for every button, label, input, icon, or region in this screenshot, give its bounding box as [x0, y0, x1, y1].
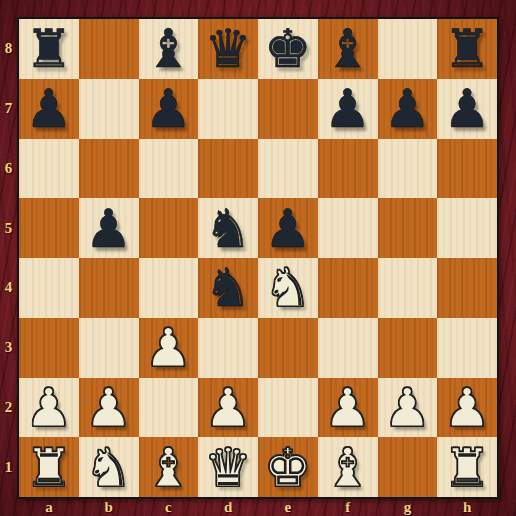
square-e7[interactable]	[258, 79, 318, 139]
square-a8[interactable]: ♜	[19, 19, 79, 79]
piece-white-queen[interactable]: ♛	[204, 441, 252, 494]
rank-labels: 87654321	[0, 19, 17, 497]
piece-black-queen[interactable]: ♛	[204, 22, 252, 75]
rank-label-6: 6	[0, 139, 17, 199]
square-f7[interactable]: ♟	[318, 79, 378, 139]
square-d6[interactable]	[198, 139, 258, 199]
piece-black-bishop[interactable]: ♝	[145, 22, 193, 75]
file-labels: abcdefgh	[19, 499, 497, 516]
square-h4[interactable]	[437, 258, 497, 318]
square-d4[interactable]: ♞	[198, 258, 258, 318]
square-d1[interactable]: ♛	[198, 437, 258, 497]
piece-black-pawn[interactable]: ♟	[25, 82, 73, 135]
piece-black-pawn[interactable]: ♟	[324, 82, 372, 135]
piece-white-rook[interactable]: ♜	[443, 441, 491, 494]
square-b7[interactable]	[79, 79, 139, 139]
square-d3[interactable]	[198, 318, 258, 378]
square-d5[interactable]: ♞	[198, 198, 258, 258]
piece-white-knight[interactable]: ♞	[264, 261, 312, 314]
square-c2[interactable]	[139, 378, 199, 438]
piece-white-pawn[interactable]: ♟	[145, 321, 193, 374]
file-label-e: e	[258, 499, 318, 516]
square-c4[interactable]	[139, 258, 199, 318]
rank-label-4: 4	[0, 258, 17, 318]
chess-board-frame: 87654321 abcdefgh ♜♝♛♚♝♜♟♟♟♟♟♟♞♟♞♞♟♟♟♟♟♟…	[0, 0, 516, 516]
piece-white-knight[interactable]: ♞	[85, 441, 133, 494]
piece-black-pawn[interactable]: ♟	[264, 202, 312, 255]
piece-white-pawn[interactable]: ♟	[443, 381, 491, 434]
piece-black-knight[interactable]: ♞	[204, 261, 252, 314]
square-h2[interactable]: ♟	[437, 378, 497, 438]
square-d7[interactable]	[198, 79, 258, 139]
square-f6[interactable]	[318, 139, 378, 199]
square-b6[interactable]	[79, 139, 139, 199]
square-c8[interactable]: ♝	[139, 19, 199, 79]
square-d8[interactable]: ♛	[198, 19, 258, 79]
piece-white-bishop[interactable]: ♝	[145, 441, 193, 494]
piece-white-pawn[interactable]: ♟	[384, 381, 432, 434]
square-f3[interactable]	[318, 318, 378, 378]
file-label-c: c	[139, 499, 199, 516]
piece-white-king[interactable]: ♚	[264, 441, 312, 494]
square-f2[interactable]: ♟	[318, 378, 378, 438]
square-g4[interactable]	[378, 258, 438, 318]
square-b1[interactable]: ♞	[79, 437, 139, 497]
square-g2[interactable]: ♟	[378, 378, 438, 438]
square-b4[interactable]	[79, 258, 139, 318]
square-e8[interactable]: ♚	[258, 19, 318, 79]
square-c3[interactable]: ♟	[139, 318, 199, 378]
rank-label-5: 5	[0, 198, 17, 258]
piece-black-pawn[interactable]: ♟	[384, 82, 432, 135]
square-c5[interactable]	[139, 198, 199, 258]
square-a1[interactable]: ♜	[19, 437, 79, 497]
piece-black-pawn[interactable]: ♟	[85, 202, 133, 255]
square-e2[interactable]	[258, 378, 318, 438]
square-e1[interactable]: ♚	[258, 437, 318, 497]
file-label-b: b	[79, 499, 139, 516]
piece-white-bishop[interactable]: ♝	[324, 441, 372, 494]
square-h5[interactable]	[437, 198, 497, 258]
square-e3[interactable]	[258, 318, 318, 378]
piece-black-rook[interactable]: ♜	[443, 22, 491, 75]
square-a6[interactable]	[19, 139, 79, 199]
square-h8[interactable]: ♜	[437, 19, 497, 79]
square-b3[interactable]	[79, 318, 139, 378]
file-label-h: h	[437, 499, 497, 516]
square-a3[interactable]	[19, 318, 79, 378]
file-label-d: d	[198, 499, 258, 516]
piece-black-pawn[interactable]: ♟	[443, 82, 491, 135]
square-b2[interactable]: ♟	[79, 378, 139, 438]
square-h6[interactable]	[437, 139, 497, 199]
rank-label-7: 7	[0, 79, 17, 139]
square-h7[interactable]: ♟	[437, 79, 497, 139]
square-d2[interactable]: ♟	[198, 378, 258, 438]
piece-black-bishop[interactable]: ♝	[324, 22, 372, 75]
file-label-a: a	[19, 499, 79, 516]
square-e4[interactable]: ♞	[258, 258, 318, 318]
rank-label-8: 8	[0, 19, 17, 79]
piece-black-pawn[interactable]: ♟	[145, 82, 193, 135]
square-c1[interactable]: ♝	[139, 437, 199, 497]
square-g5[interactable]	[378, 198, 438, 258]
square-e5[interactable]: ♟	[258, 198, 318, 258]
square-e6[interactable]	[258, 139, 318, 199]
rank-label-2: 2	[0, 378, 17, 438]
square-f4[interactable]	[318, 258, 378, 318]
square-g1[interactable]	[378, 437, 438, 497]
square-c7[interactable]: ♟	[139, 79, 199, 139]
chess-board: ♜♝♛♚♝♜♟♟♟♟♟♟♞♟♞♞♟♟♟♟♟♟♟♜♞♝♛♚♝♜	[17, 17, 499, 499]
square-h1[interactable]: ♜	[437, 437, 497, 497]
rank-label-1: 1	[0, 437, 17, 497]
square-g6[interactable]	[378, 139, 438, 199]
square-b8[interactable]	[79, 19, 139, 79]
rank-label-3: 3	[0, 318, 17, 378]
piece-white-pawn[interactable]: ♟	[85, 381, 133, 434]
file-label-g: g	[378, 499, 438, 516]
file-label-f: f	[318, 499, 378, 516]
square-a4[interactable]	[19, 258, 79, 318]
square-a5[interactable]	[19, 198, 79, 258]
square-a7[interactable]: ♟	[19, 79, 79, 139]
square-g8[interactable]	[378, 19, 438, 79]
square-g3[interactable]	[378, 318, 438, 378]
piece-black-rook[interactable]: ♜	[25, 22, 73, 75]
piece-black-king[interactable]: ♚	[264, 22, 312, 75]
square-g7[interactable]: ♟	[378, 79, 438, 139]
square-h3[interactable]	[437, 318, 497, 378]
piece-black-knight[interactable]: ♞	[204, 202, 252, 255]
square-f1[interactable]: ♝	[318, 437, 378, 497]
square-b5[interactable]: ♟	[79, 198, 139, 258]
square-f8[interactable]: ♝	[318, 19, 378, 79]
square-c6[interactable]	[139, 139, 199, 199]
piece-white-pawn[interactable]: ♟	[204, 381, 252, 434]
piece-white-pawn[interactable]: ♟	[25, 381, 73, 434]
square-a2[interactable]: ♟	[19, 378, 79, 438]
square-f5[interactable]	[318, 198, 378, 258]
piece-white-rook[interactable]: ♜	[25, 441, 73, 494]
piece-white-pawn[interactable]: ♟	[324, 381, 372, 434]
